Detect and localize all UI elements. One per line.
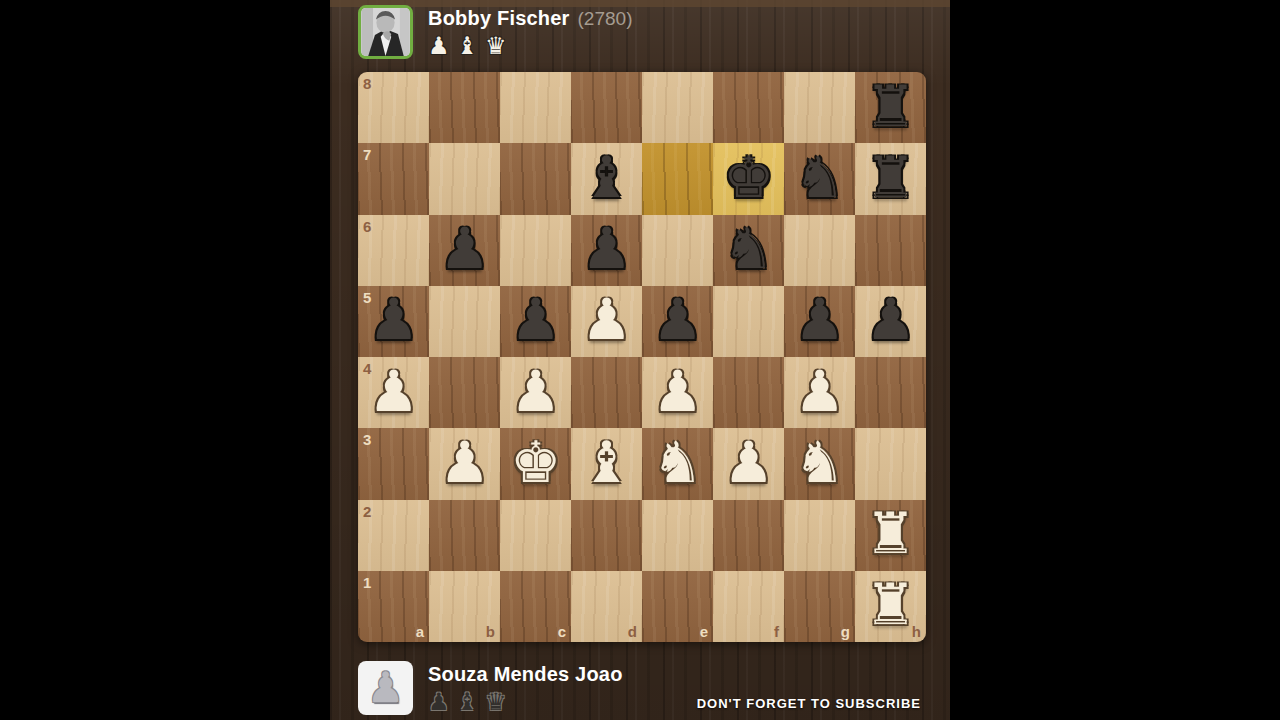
square-b5[interactable] xyxy=(429,286,500,357)
bottom-player-avatar: ♟ xyxy=(358,661,413,715)
white-pawn-d5[interactable]: ♟ xyxy=(571,286,642,357)
square-a3[interactable]: 3 xyxy=(358,428,429,499)
square-e6[interactable] xyxy=(642,215,713,286)
square-e1[interactable]: e xyxy=(642,571,713,642)
square-e5[interactable]: ♟ xyxy=(642,286,713,357)
square-h4[interactable] xyxy=(855,357,926,428)
square-a4[interactable]: ♟4 xyxy=(358,357,429,428)
white-knight-g3[interactable]: ♞ xyxy=(784,428,855,499)
square-a5[interactable]: ♟5 xyxy=(358,286,429,357)
rank-label-3: 3 xyxy=(363,431,371,448)
square-c4[interactable]: ♟ xyxy=(500,357,571,428)
file-label-e: e xyxy=(700,623,708,640)
square-f8[interactable] xyxy=(713,72,784,143)
black-pawn-h5[interactable]: ♟ xyxy=(855,286,926,357)
square-e2[interactable] xyxy=(642,500,713,571)
square-e7[interactable] xyxy=(642,143,713,214)
square-d1[interactable]: d xyxy=(571,571,642,642)
subscribe-text: DON'T FORGET TO SUBSCRIBE xyxy=(697,696,921,712)
square-a8[interactable]: 8 xyxy=(358,72,429,143)
file-label-b: b xyxy=(486,623,495,640)
square-b2[interactable] xyxy=(429,500,500,571)
square-f6[interactable]: ♞ xyxy=(713,215,784,286)
black-rook-h8[interactable]: ♜ xyxy=(855,72,926,143)
square-e3[interactable]: ♞ xyxy=(642,428,713,499)
square-d2[interactable] xyxy=(571,500,642,571)
file-label-g: g xyxy=(841,623,850,640)
black-rook-h7[interactable]: ♜ xyxy=(855,143,926,214)
square-h1[interactable]: ♜h xyxy=(855,571,926,642)
square-b7[interactable] xyxy=(429,143,500,214)
chess-board[interactable]: 8♜7♝♚♞♜6♟♟♞♟5♟♟♟♟♟♟4♟♟♟3♟♚♝♞♟♞2♜1abcdefg… xyxy=(358,72,926,642)
file-label-a: a xyxy=(416,623,424,640)
rank-label-7: 7 xyxy=(363,146,371,163)
square-a1[interactable]: 1a xyxy=(358,571,429,642)
square-b4[interactable] xyxy=(429,357,500,428)
square-a7[interactable]: 7 xyxy=(358,143,429,214)
square-f3[interactable]: ♟ xyxy=(713,428,784,499)
captured-black-bishop-icon: ♝ xyxy=(457,690,479,714)
captured-white-pawn-icon: ♟ xyxy=(428,34,450,58)
square-c2[interactable] xyxy=(500,500,571,571)
square-e8[interactable] xyxy=(642,72,713,143)
square-h3[interactable] xyxy=(855,428,926,499)
bottom-captured-tray: ♟♝♛ xyxy=(428,690,623,714)
white-king-c3[interactable]: ♚ xyxy=(500,428,571,499)
white-bishop-d3[interactable]: ♝ xyxy=(571,428,642,499)
rank-label-6: 6 xyxy=(363,218,371,235)
bottom-player-name: Souza Mendes Joao xyxy=(428,663,623,686)
square-h8[interactable]: ♜ xyxy=(855,72,926,143)
square-d4[interactable] xyxy=(571,357,642,428)
square-b6[interactable]: ♟ xyxy=(429,215,500,286)
rank-label-8: 8 xyxy=(363,75,371,92)
square-c7[interactable] xyxy=(500,143,571,214)
square-b1[interactable]: b xyxy=(429,571,500,642)
rank-label-4: 4 xyxy=(363,360,371,377)
white-pawn-c4[interactable]: ♟ xyxy=(500,357,571,428)
captured-black-pawn-icon: ♟ xyxy=(428,690,450,714)
square-d5[interactable]: ♟ xyxy=(571,286,642,357)
black-pawn-e5[interactable]: ♟ xyxy=(642,286,713,357)
black-knight-g7[interactable]: ♞ xyxy=(784,143,855,214)
white-rook-h2[interactable]: ♜ xyxy=(855,500,926,571)
square-a2[interactable]: 2 xyxy=(358,500,429,571)
square-d7[interactable]: ♝ xyxy=(571,143,642,214)
square-c3[interactable]: ♚ xyxy=(500,428,571,499)
square-d6[interactable]: ♟ xyxy=(571,215,642,286)
file-label-c: c xyxy=(558,623,566,640)
square-c1[interactable]: c xyxy=(500,571,571,642)
file-label-h: h xyxy=(912,623,921,640)
file-label-f: f xyxy=(774,623,779,640)
black-pawn-g5[interactable]: ♟ xyxy=(784,286,855,357)
white-pawn-g4[interactable]: ♟ xyxy=(784,357,855,428)
black-pawn-b6[interactable]: ♟ xyxy=(429,215,500,286)
captured-white-bishop-icon: ♝ xyxy=(457,34,479,58)
rank-label-1: 1 xyxy=(363,574,371,591)
square-h6[interactable] xyxy=(855,215,926,286)
top-captured-tray: ♟♝♛ xyxy=(428,34,632,58)
white-pawn-f3[interactable]: ♟ xyxy=(713,428,784,499)
rank-label-2: 2 xyxy=(363,503,371,520)
square-d3[interactable]: ♝ xyxy=(571,428,642,499)
black-pawn-d6[interactable]: ♟ xyxy=(571,215,642,286)
top-player-bar: Bobby Fischer (2780) ♟♝♛ xyxy=(358,5,632,59)
square-g1[interactable]: g xyxy=(784,571,855,642)
rank-label-5: 5 xyxy=(363,289,371,306)
square-f7[interactable]: ♚ xyxy=(713,143,784,214)
black-pawn-c5[interactable]: ♟ xyxy=(500,286,571,357)
square-e4[interactable]: ♟ xyxy=(642,357,713,428)
square-h7[interactable]: ♜ xyxy=(855,143,926,214)
square-f4[interactable] xyxy=(713,357,784,428)
white-pawn-e4[interactable]: ♟ xyxy=(642,357,713,428)
captured-black-queen-icon: ♛ xyxy=(485,690,507,714)
square-g2[interactable] xyxy=(784,500,855,571)
captured-white-queen-icon: ♛ xyxy=(485,34,507,58)
top-player-rating: (2780) xyxy=(578,8,633,30)
white-pawn-avatar-icon: ♟ xyxy=(367,667,405,709)
square-b3[interactable]: ♟ xyxy=(429,428,500,499)
fischer-photo xyxy=(361,8,410,56)
top-player-avatar xyxy=(358,5,413,59)
square-b8[interactable] xyxy=(429,72,500,143)
square-a6[interactable]: 6 xyxy=(358,215,429,286)
top-player-name: Bobby Fischer xyxy=(428,7,570,30)
square-g6[interactable] xyxy=(784,215,855,286)
square-g8[interactable] xyxy=(784,72,855,143)
square-f5[interactable] xyxy=(713,286,784,357)
square-c6[interactable] xyxy=(500,215,571,286)
white-knight-e3[interactable]: ♞ xyxy=(642,428,713,499)
square-d8[interactable] xyxy=(571,72,642,143)
square-h5[interactable]: ♟ xyxy=(855,286,926,357)
file-label-d: d xyxy=(628,623,637,640)
square-f1[interactable]: f xyxy=(713,571,784,642)
wood-background: Bobby Fischer (2780) ♟♝♛ 8♜7♝♚♞♜6♟♟♞♟5♟♟… xyxy=(330,0,950,720)
bottom-player-bar: ♟ Souza Mendes Joao ♟♝♛ xyxy=(358,661,623,715)
black-bishop-d7[interactable]: ♝ xyxy=(571,143,642,214)
square-g5[interactable]: ♟ xyxy=(784,286,855,357)
black-king-f7[interactable]: ♚ xyxy=(713,143,784,214)
black-knight-f6[interactable]: ♞ xyxy=(713,215,784,286)
square-c5[interactable]: ♟ xyxy=(500,286,571,357)
square-h2[interactable]: ♜ xyxy=(855,500,926,571)
square-g3[interactable]: ♞ xyxy=(784,428,855,499)
square-f2[interactable] xyxy=(713,500,784,571)
square-c8[interactable] xyxy=(500,72,571,143)
white-pawn-b3[interactable]: ♟ xyxy=(429,428,500,499)
square-g7[interactable]: ♞ xyxy=(784,143,855,214)
square-g4[interactable]: ♟ xyxy=(784,357,855,428)
